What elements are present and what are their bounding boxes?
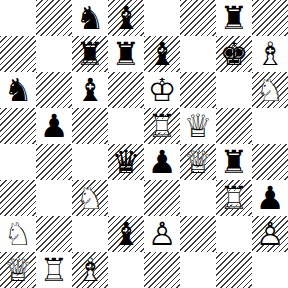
square-g7[interactable]: ♚ — [216, 36, 252, 72]
square-h6[interactable]: ♞♘ — [252, 72, 288, 108]
piece-white-queen: ♕ — [0, 252, 36, 288]
square-a7[interactable] — [0, 36, 36, 72]
square-b2[interactable] — [36, 216, 72, 252]
square-a4[interactable] — [0, 144, 36, 180]
square-a6[interactable]: ♞ — [0, 72, 36, 108]
square-g1[interactable] — [216, 252, 252, 288]
square-g2[interactable] — [216, 216, 252, 252]
piece-black-queen: ♛ — [108, 144, 144, 180]
piece-white-pawn: ♙ — [252, 216, 288, 252]
square-a3[interactable] — [0, 180, 36, 216]
piece-white-bishop: ♗ — [252, 36, 288, 72]
square-d2[interactable]: ♝ — [108, 216, 144, 252]
piece-white-bishop: ♗ — [72, 252, 108, 288]
piece-black-pawn: ♟ — [36, 108, 72, 144]
piece-white-bishop-fill: ♝ — [252, 36, 288, 72]
piece-white-knight: ♘ — [252, 72, 288, 108]
square-b7[interactable] — [36, 36, 72, 72]
square-a5[interactable] — [0, 108, 36, 144]
square-d3[interactable] — [108, 180, 144, 216]
square-h3[interactable]: ♟ — [252, 180, 288, 216]
square-b8[interactable] — [36, 0, 72, 36]
piece-white-knight-fill: ♞ — [252, 72, 288, 108]
square-f5[interactable]: ♛♕ — [180, 108, 216, 144]
square-a2[interactable]: ♞♘ — [0, 216, 36, 252]
piece-black-rook: ♜ — [108, 36, 144, 72]
piece-black-king: ♚ — [216, 36, 252, 72]
square-f3[interactable] — [180, 180, 216, 216]
square-d6[interactable] — [108, 72, 144, 108]
square-g4[interactable]: ♜ — [216, 144, 252, 180]
piece-white-pawn-fill: ♟ — [252, 216, 288, 252]
piece-black-rook: ♜ — [72, 36, 108, 72]
piece-black-knight: ♞ — [72, 0, 108, 36]
piece-white-rook-fill: ♜ — [216, 180, 252, 216]
square-h1[interactable] — [252, 252, 288, 288]
piece-white-knight-fill: ♞ — [0, 216, 36, 252]
square-f7[interactable] — [180, 36, 216, 72]
piece-black-knight: ♞ — [0, 72, 36, 108]
square-e8[interactable] — [144, 0, 180, 36]
piece-white-knight: ♘ — [72, 180, 108, 216]
piece-white-queen: ♕ — [180, 108, 216, 144]
square-e6[interactable]: ♚♔ — [144, 72, 180, 108]
square-g6[interactable] — [216, 72, 252, 108]
square-c2[interactable] — [72, 216, 108, 252]
piece-white-pawn: ♙ — [144, 216, 180, 252]
piece-white-rook: ♖ — [144, 108, 180, 144]
square-b6[interactable] — [36, 72, 72, 108]
square-h2[interactable]: ♟♙ — [252, 216, 288, 252]
piece-white-queen-fill: ♛ — [180, 144, 216, 180]
square-b3[interactable] — [36, 180, 72, 216]
piece-white-bishop-fill: ♝ — [72, 252, 108, 288]
square-h8[interactable] — [252, 0, 288, 36]
square-f8[interactable] — [180, 0, 216, 36]
piece-black-bishop: ♝ — [108, 0, 144, 36]
piece-white-knight-fill: ♞ — [72, 180, 108, 216]
piece-white-rook: ♖ — [36, 252, 72, 288]
square-b1[interactable]: ♜♖ — [36, 252, 72, 288]
piece-black-bishop: ♝ — [72, 72, 108, 108]
piece-black-bishop: ♝ — [108, 216, 144, 252]
square-d8[interactable]: ♝ — [108, 0, 144, 36]
square-c7[interactable]: ♜ — [72, 36, 108, 72]
square-c3[interactable]: ♞♘ — [72, 180, 108, 216]
square-e1[interactable] — [144, 252, 180, 288]
square-d4[interactable]: ♛ — [108, 144, 144, 180]
square-h4[interactable] — [252, 144, 288, 180]
square-f1[interactable] — [180, 252, 216, 288]
square-b4[interactable] — [36, 144, 72, 180]
square-g5[interactable] — [216, 108, 252, 144]
square-c5[interactable] — [72, 108, 108, 144]
piece-black-pawn: ♟ — [252, 180, 288, 216]
piece-white-pawn-fill: ♟ — [144, 216, 180, 252]
square-h5[interactable] — [252, 108, 288, 144]
square-g3[interactable]: ♜♖ — [216, 180, 252, 216]
square-g8[interactable]: ♜ — [216, 0, 252, 36]
square-a1[interactable]: ♛♕ — [0, 252, 36, 288]
square-e3[interactable] — [144, 180, 180, 216]
square-c6[interactable]: ♝ — [72, 72, 108, 108]
square-b5[interactable]: ♟ — [36, 108, 72, 144]
square-c1[interactable]: ♝♗ — [72, 252, 108, 288]
square-e4[interactable]: ♟ — [144, 144, 180, 180]
square-e7[interactable]: ♝ — [144, 36, 180, 72]
square-a8[interactable] — [0, 0, 36, 36]
piece-white-king-fill: ♚ — [144, 72, 180, 108]
piece-black-pawn: ♟ — [144, 144, 180, 180]
square-c8[interactable]: ♞ — [72, 0, 108, 36]
square-e2[interactable]: ♟♙ — [144, 216, 180, 252]
piece-black-bishop: ♝ — [144, 36, 180, 72]
piece-white-rook-fill: ♜ — [144, 108, 180, 144]
piece-white-knight: ♘ — [0, 216, 36, 252]
piece-white-queen-fill: ♛ — [180, 108, 216, 144]
piece-white-queen: ♕ — [180, 144, 216, 180]
square-e5[interactable]: ♜♖ — [144, 108, 180, 144]
square-d1[interactable] — [108, 252, 144, 288]
square-c4[interactable] — [72, 144, 108, 180]
piece-black-rook: ♜ — [216, 0, 252, 36]
piece-white-rook: ♖ — [216, 180, 252, 216]
square-d5[interactable] — [108, 108, 144, 144]
piece-white-king: ♔ — [144, 72, 180, 108]
square-f2[interactable] — [180, 216, 216, 252]
square-f6[interactable] — [180, 72, 216, 108]
square-h7[interactable]: ♝♗ — [252, 36, 288, 72]
square-d7[interactable]: ♜ — [108, 36, 144, 72]
chess-board: ♞♝♜♜♜♝♚♝♗♞♝♚♔♞♘♟♜♖♛♕♛♟♛♕♜♞♘♜♖♟♞♘♝♟♙♟♙♛♕♜… — [0, 0, 288, 288]
square-f4[interactable]: ♛♕ — [180, 144, 216, 180]
piece-white-queen-fill: ♛ — [0, 252, 36, 288]
piece-black-rook: ♜ — [216, 144, 252, 180]
piece-white-rook-fill: ♜ — [36, 252, 72, 288]
